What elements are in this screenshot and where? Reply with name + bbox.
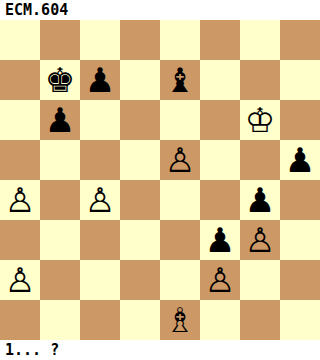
square-e6[interactable] [160, 100, 200, 140]
square-c6[interactable] [80, 100, 120, 140]
square-f2[interactable]: ♙ [200, 260, 240, 300]
square-c1[interactable] [80, 300, 120, 340]
square-f6[interactable] [200, 100, 240, 140]
square-a5[interactable] [0, 140, 40, 180]
square-e5[interactable]: ♙ [160, 140, 200, 180]
square-b4[interactable] [40, 180, 80, 220]
square-c5[interactable] [80, 140, 120, 180]
square-g1[interactable] [240, 300, 280, 340]
square-a1[interactable] [0, 300, 40, 340]
square-g8[interactable] [240, 20, 280, 60]
square-h8[interactable] [280, 20, 320, 60]
square-d4[interactable] [120, 180, 160, 220]
square-f8[interactable] [200, 20, 240, 60]
square-g6[interactable]: ♔ [240, 100, 280, 140]
square-e7[interactable]: ♝ [160, 60, 200, 100]
square-f7[interactable] [200, 60, 240, 100]
diagram-title: ECM.604 [0, 0, 320, 20]
square-g5[interactable] [240, 140, 280, 180]
square-h7[interactable] [280, 60, 320, 100]
square-h2[interactable] [280, 260, 320, 300]
square-c7[interactable]: ♟ [80, 60, 120, 100]
square-d6[interactable] [120, 100, 160, 140]
square-h4[interactable] [280, 180, 320, 220]
square-e2[interactable] [160, 260, 200, 300]
square-e3[interactable] [160, 220, 200, 260]
chess-board: ♚ ♟ ♝ ♟ ♔ ♙ ♟ ♙ ♙ ♟ ♟ ♙ ♙ ♙ ♗ [0, 20, 320, 340]
square-d2[interactable] [120, 260, 160, 300]
square-d5[interactable] [120, 140, 160, 180]
square-g2[interactable] [240, 260, 280, 300]
square-a7[interactable] [0, 60, 40, 100]
square-b8[interactable] [40, 20, 80, 60]
square-c3[interactable] [80, 220, 120, 260]
square-d7[interactable] [120, 60, 160, 100]
square-e4[interactable] [160, 180, 200, 220]
square-h1[interactable] [280, 300, 320, 340]
square-g3[interactable]: ♙ [240, 220, 280, 260]
square-f5[interactable] [200, 140, 240, 180]
square-d3[interactable] [120, 220, 160, 260]
square-b7[interactable]: ♚ [40, 60, 80, 100]
square-a2[interactable]: ♙ [0, 260, 40, 300]
square-g7[interactable] [240, 60, 280, 100]
square-f4[interactable] [200, 180, 240, 220]
square-a8[interactable] [0, 20, 40, 60]
square-g4[interactable]: ♟ [240, 180, 280, 220]
square-d8[interactable] [120, 20, 160, 60]
square-h5[interactable]: ♟ [280, 140, 320, 180]
square-f3[interactable]: ♟ [200, 220, 240, 260]
square-a6[interactable] [0, 100, 40, 140]
square-c8[interactable] [80, 20, 120, 60]
square-d1[interactable] [120, 300, 160, 340]
move-prompt: 1... ? [0, 340, 320, 360]
square-c4[interactable]: ♙ [80, 180, 120, 220]
square-c2[interactable] [80, 260, 120, 300]
square-e1[interactable]: ♗ [160, 300, 200, 340]
square-a4[interactable]: ♙ [0, 180, 40, 220]
square-b1[interactable] [40, 300, 80, 340]
square-b2[interactable] [40, 260, 80, 300]
square-h3[interactable] [280, 220, 320, 260]
square-a3[interactable] [0, 220, 40, 260]
square-b3[interactable] [40, 220, 80, 260]
square-h6[interactable] [280, 100, 320, 140]
square-f1[interactable] [200, 300, 240, 340]
square-e8[interactable] [160, 20, 200, 60]
square-b6[interactable]: ♟ [40, 100, 80, 140]
square-b5[interactable] [40, 140, 80, 180]
